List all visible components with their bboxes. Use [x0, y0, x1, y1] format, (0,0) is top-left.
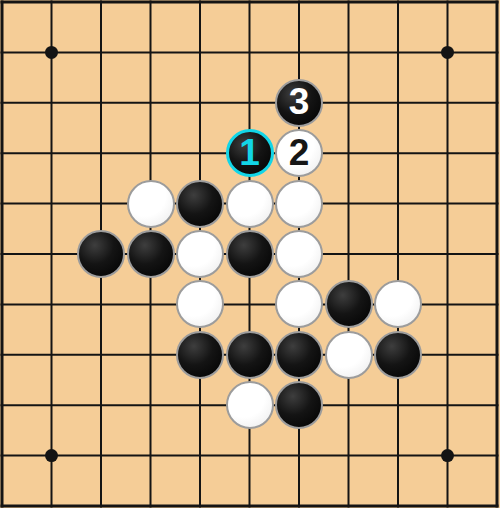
intersection[interactable] [27, 0, 77, 27]
intersection[interactable] [175, 78, 225, 128]
intersection[interactable] [324, 78, 374, 128]
intersection[interactable] [27, 380, 77, 430]
intersection[interactable] [472, 78, 500, 128]
intersection[interactable] [27, 481, 77, 508]
stone-white [374, 280, 422, 328]
intersection[interactable] [0, 330, 27, 380]
intersection[interactable] [423, 0, 473, 27]
intersection[interactable] [423, 178, 473, 228]
intersection[interactable] [274, 430, 324, 480]
intersection[interactable] [0, 178, 27, 228]
intersection[interactable] [373, 0, 423, 27]
stone-white [275, 280, 323, 328]
intersection[interactable] [0, 279, 27, 329]
intersection[interactable] [76, 128, 126, 178]
intersection[interactable] [472, 279, 500, 329]
intersection[interactable] [76, 178, 126, 228]
intersection[interactable] [76, 27, 126, 77]
intersection[interactable] [472, 27, 500, 77]
intersection[interactable] [126, 279, 176, 329]
intersection[interactable] [27, 330, 77, 380]
intersection[interactable] [0, 430, 27, 480]
intersection[interactable] [175, 229, 225, 279]
intersection[interactable] [0, 128, 27, 178]
intersection[interactable] [324, 430, 374, 480]
intersection[interactable] [225, 481, 275, 508]
intersection[interactable] [472, 481, 500, 508]
intersection[interactable] [27, 78, 77, 128]
intersection[interactable] [423, 279, 473, 329]
intersection[interactable] [373, 27, 423, 77]
intersection[interactable] [126, 178, 176, 228]
stone-black [77, 230, 125, 278]
intersection[interactable] [373, 178, 423, 228]
stone-white [176, 230, 224, 278]
intersection[interactable] [27, 279, 77, 329]
intersection[interactable] [373, 481, 423, 508]
intersection[interactable] [175, 430, 225, 480]
intersection[interactable] [175, 380, 225, 430]
intersection[interactable] [126, 229, 176, 279]
intersection[interactable] [274, 279, 324, 329]
intersection[interactable] [27, 128, 77, 178]
intersection[interactable] [126, 481, 176, 508]
intersection[interactable] [225, 380, 275, 430]
intersection[interactable] [0, 0, 27, 27]
intersection[interactable] [126, 380, 176, 430]
intersection[interactable] [0, 380, 27, 430]
stone-black [226, 331, 274, 379]
intersection[interactable] [274, 330, 324, 380]
intersection[interactable] [324, 27, 374, 77]
intersection[interactable] [126, 78, 176, 128]
stone-black [325, 280, 373, 328]
intersection[interactable] [225, 0, 275, 27]
intersection[interactable] [225, 229, 275, 279]
intersection[interactable] [472, 380, 500, 430]
intersection[interactable] [472, 128, 500, 178]
intersection[interactable]: 3 [274, 78, 324, 128]
intersection[interactable] [175, 128, 225, 178]
intersection[interactable] [225, 178, 275, 228]
intersection[interactable] [126, 128, 176, 178]
intersection[interactable] [373, 128, 423, 178]
intersection[interactable]: 2 [274, 128, 324, 178]
intersection[interactable] [27, 27, 77, 77]
stone-white [325, 331, 373, 379]
intersection[interactable] [175, 279, 225, 329]
intersection[interactable] [472, 330, 500, 380]
intersection[interactable] [126, 430, 176, 480]
intersection[interactable] [373, 380, 423, 430]
intersection[interactable] [423, 380, 473, 430]
stone-move-3: 3 [275, 79, 323, 127]
intersection[interactable] [274, 27, 324, 77]
intersection[interactable] [76, 430, 126, 480]
intersection[interactable] [274, 0, 324, 27]
intersection[interactable] [274, 380, 324, 430]
intersection[interactable] [324, 481, 374, 508]
stone-black [374, 331, 422, 379]
intersection[interactable] [225, 27, 275, 77]
intersection[interactable] [373, 430, 423, 480]
intersection[interactable] [0, 78, 27, 128]
intersection[interactable]: 1 [225, 128, 275, 178]
intersection[interactable] [175, 330, 225, 380]
intersection[interactable] [225, 279, 275, 329]
intersection[interactable] [423, 27, 473, 77]
stone-white [127, 180, 175, 228]
intersection[interactable] [225, 430, 275, 480]
intersection[interactable] [0, 229, 27, 279]
intersection[interactable] [274, 481, 324, 508]
stone-black [176, 331, 224, 379]
stone-black [275, 331, 323, 379]
intersection[interactable] [472, 0, 500, 27]
intersection[interactable] [324, 279, 374, 329]
intersection[interactable] [0, 481, 27, 508]
intersection[interactable] [373, 229, 423, 279]
intersection[interactable] [225, 330, 275, 380]
stone-white [275, 230, 323, 278]
intersection[interactable] [423, 78, 473, 128]
intersection[interactable] [274, 229, 324, 279]
intersection[interactable] [27, 229, 77, 279]
intersection[interactable] [373, 330, 423, 380]
intersection[interactable] [324, 128, 374, 178]
intersection[interactable] [27, 430, 77, 480]
intersection[interactable] [76, 229, 126, 279]
intersection[interactable] [373, 78, 423, 128]
stone-white [226, 180, 274, 228]
stone-black [275, 381, 323, 429]
intersection[interactable] [324, 380, 374, 430]
intersection[interactable] [423, 229, 473, 279]
intersection[interactable] [423, 128, 473, 178]
stone-black [127, 230, 175, 278]
intersection[interactable] [324, 178, 374, 228]
intersection[interactable] [472, 178, 500, 228]
intersection[interactable] [274, 178, 324, 228]
stone-black [226, 230, 274, 278]
intersection[interactable] [423, 481, 473, 508]
stone-white [226, 381, 274, 429]
intersection[interactable] [76, 0, 126, 27]
go-board: 312 [0, 0, 500, 508]
intersection[interactable] [324, 229, 374, 279]
intersection[interactable] [76, 279, 126, 329]
intersection[interactable] [423, 430, 473, 480]
intersection[interactable] [126, 0, 176, 27]
intersection[interactable] [175, 481, 225, 508]
intersection[interactable] [324, 0, 374, 27]
stone-white [275, 180, 323, 228]
intersection[interactable] [324, 330, 374, 380]
stones-layer: 312 [0, 0, 500, 508]
stone-move-1: 1 [226, 129, 274, 177]
intersection[interactable] [175, 27, 225, 77]
intersection[interactable] [472, 430, 500, 480]
intersection[interactable] [472, 229, 500, 279]
intersection[interactable] [76, 481, 126, 508]
intersection[interactable] [175, 0, 225, 27]
stone-black [176, 180, 224, 228]
intersection[interactable] [175, 178, 225, 228]
intersection[interactable] [126, 27, 176, 77]
intersection[interactable] [423, 330, 473, 380]
intersection[interactable] [76, 380, 126, 430]
intersection[interactable] [225, 78, 275, 128]
stone-white [176, 280, 224, 328]
intersection[interactable] [76, 78, 126, 128]
intersection[interactable] [373, 279, 423, 329]
intersection[interactable] [76, 330, 126, 380]
stone-move-2: 2 [275, 129, 323, 177]
intersection[interactable] [27, 178, 77, 228]
intersection[interactable] [0, 27, 27, 77]
intersection[interactable] [126, 330, 176, 380]
